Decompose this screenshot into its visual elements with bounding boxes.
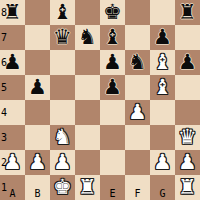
square-d4[interactable] bbox=[75, 100, 100, 125]
square-d7[interactable]: ♞ bbox=[75, 25, 100, 50]
square-c2[interactable]: ♟ bbox=[50, 150, 75, 175]
square-f7[interactable] bbox=[125, 25, 150, 50]
square-f2[interactable] bbox=[125, 150, 150, 175]
piece-black-king[interactable]: ♚ bbox=[103, 0, 122, 25]
file-label: B bbox=[34, 189, 40, 199]
square-f8[interactable] bbox=[125, 0, 150, 25]
square-d5[interactable] bbox=[75, 75, 100, 100]
square-g8[interactable] bbox=[150, 0, 175, 25]
square-b7[interactable] bbox=[25, 25, 50, 50]
square-g1[interactable]: G bbox=[150, 175, 175, 200]
square-c1[interactable]: ♚ bbox=[50, 175, 75, 200]
square-g2[interactable]: ♟ bbox=[150, 150, 175, 175]
rank-label: 5 bbox=[1, 83, 7, 93]
square-h4[interactable] bbox=[175, 100, 200, 125]
square-e6[interactable]: ♟ bbox=[100, 50, 125, 75]
square-c7[interactable]: ♛ bbox=[50, 25, 75, 50]
square-h7[interactable] bbox=[175, 25, 200, 50]
square-f4[interactable]: ♟ bbox=[125, 100, 150, 125]
square-g6[interactable]: ♝ bbox=[150, 50, 175, 75]
piece-white-queen[interactable]: ♛ bbox=[178, 125, 197, 150]
piece-black-rook[interactable]: ♜ bbox=[178, 0, 197, 25]
file-label: F bbox=[134, 189, 140, 199]
file-label: G bbox=[159, 189, 165, 199]
square-e8[interactable]: ♚ bbox=[100, 0, 125, 25]
square-d1[interactable]: ♜ bbox=[75, 175, 100, 200]
square-e7[interactable]: ♝ bbox=[100, 25, 125, 50]
piece-white-rook[interactable]: ♜ bbox=[78, 175, 97, 200]
square-h5[interactable] bbox=[175, 75, 200, 100]
square-c6[interactable] bbox=[50, 50, 75, 75]
piece-black-queen[interactable]: ♛ bbox=[53, 25, 72, 50]
rank-label: 2 bbox=[1, 158, 7, 168]
square-b3[interactable] bbox=[25, 125, 50, 150]
square-f3[interactable] bbox=[125, 125, 150, 150]
piece-black-pawn[interactable]: ♟ bbox=[28, 75, 47, 100]
square-e4[interactable] bbox=[100, 100, 125, 125]
rank-label: 7 bbox=[1, 33, 7, 43]
square-h2[interactable]: ♟ bbox=[175, 150, 200, 175]
square-c3[interactable]: ♞ bbox=[50, 125, 75, 150]
square-e2[interactable] bbox=[100, 150, 125, 175]
square-c8[interactable]: ♝ bbox=[50, 0, 75, 25]
piece-white-bishop[interactable]: ♝ bbox=[153, 50, 172, 75]
square-a2[interactable]: 2♟ bbox=[0, 150, 25, 175]
square-a7[interactable]: 7 bbox=[0, 25, 25, 50]
square-a5[interactable]: 5 bbox=[0, 75, 25, 100]
square-a1[interactable]: 1A bbox=[0, 175, 25, 200]
square-d8[interactable] bbox=[75, 0, 100, 25]
piece-black-bishop[interactable]: ♝ bbox=[53, 0, 72, 25]
rank-label: 6 bbox=[1, 58, 7, 68]
rank-label: 1 bbox=[1, 183, 7, 193]
square-h3[interactable]: ♛ bbox=[175, 125, 200, 150]
square-f1[interactable]: F bbox=[125, 175, 150, 200]
piece-white-pawn[interactable]: ♟ bbox=[28, 150, 47, 175]
piece-black-pawn[interactable]: ♟ bbox=[103, 50, 122, 75]
piece-white-bishop[interactable]: ♝ bbox=[153, 75, 172, 100]
piece-black-pawn[interactable]: ♟ bbox=[153, 25, 172, 50]
piece-white-pawn[interactable]: ♟ bbox=[178, 150, 197, 175]
file-label: A bbox=[9, 189, 15, 199]
piece-black-knight[interactable]: ♞ bbox=[128, 50, 147, 75]
square-d3[interactable] bbox=[75, 125, 100, 150]
square-b5[interactable]: ♟ bbox=[25, 75, 50, 100]
square-h8[interactable]: ♜ bbox=[175, 0, 200, 25]
piece-black-bishop[interactable]: ♝ bbox=[103, 25, 122, 50]
piece-white-pawn[interactable]: ♟ bbox=[53, 150, 72, 175]
square-d6[interactable] bbox=[75, 50, 100, 75]
square-h1[interactable]: ♜ bbox=[175, 175, 200, 200]
chess-board: 8♜♝♚♜7♛♞♝♟6♟♟♞♝♟5♟♟♝4♟3♞♛2♟♟♟♟♟1AB♚♜EFG♜ bbox=[0, 0, 200, 200]
square-e5[interactable]: ♟ bbox=[100, 75, 125, 100]
square-e3[interactable] bbox=[100, 125, 125, 150]
piece-black-pawn[interactable]: ♟ bbox=[178, 50, 197, 75]
square-a3[interactable]: 3 bbox=[0, 125, 25, 150]
square-b1[interactable]: B bbox=[25, 175, 50, 200]
square-h6[interactable]: ♟ bbox=[175, 50, 200, 75]
square-g4[interactable] bbox=[150, 100, 175, 125]
square-b2[interactable]: ♟ bbox=[25, 150, 50, 175]
piece-white-rook[interactable]: ♜ bbox=[178, 175, 197, 200]
square-b4[interactable] bbox=[25, 100, 50, 125]
rank-label: 4 bbox=[1, 108, 7, 118]
square-c5[interactable] bbox=[50, 75, 75, 100]
piece-white-pawn[interactable]: ♟ bbox=[128, 100, 147, 125]
piece-white-pawn[interactable]: ♟ bbox=[153, 150, 172, 175]
square-g5[interactable]: ♝ bbox=[150, 75, 175, 100]
file-label: E bbox=[109, 189, 115, 199]
square-b8[interactable] bbox=[25, 0, 50, 25]
rank-label: 8 bbox=[1, 8, 7, 18]
square-f6[interactable]: ♞ bbox=[125, 50, 150, 75]
piece-black-pawn[interactable]: ♟ bbox=[103, 75, 122, 100]
square-a6[interactable]: 6♟ bbox=[0, 50, 25, 75]
piece-white-knight[interactable]: ♞ bbox=[53, 125, 72, 150]
square-d2[interactable] bbox=[75, 150, 100, 175]
square-a4[interactable]: 4 bbox=[0, 100, 25, 125]
square-b6[interactable] bbox=[25, 50, 50, 75]
rank-label: 3 bbox=[1, 133, 7, 143]
square-a8[interactable]: 8♜ bbox=[0, 0, 25, 25]
square-g7[interactable]: ♟ bbox=[150, 25, 175, 50]
square-f5[interactable] bbox=[125, 75, 150, 100]
piece-white-king[interactable]: ♚ bbox=[53, 175, 72, 200]
square-g3[interactable] bbox=[150, 125, 175, 150]
piece-black-knight[interactable]: ♞ bbox=[78, 25, 97, 50]
square-e1[interactable]: E bbox=[100, 175, 125, 200]
square-c4[interactable] bbox=[50, 100, 75, 125]
